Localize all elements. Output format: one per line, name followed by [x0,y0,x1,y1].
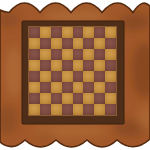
square-g7 [94,38,105,49]
square-e8 [73,27,84,38]
square-g6 [94,49,105,60]
square-d5 [62,60,73,71]
square-f6 [83,49,94,60]
square-d8 [62,27,73,38]
square-h1 [105,104,116,115]
square-f7 [83,38,94,49]
square-c5 [51,60,62,71]
square-a3 [29,82,40,93]
square-h4 [105,71,116,82]
square-d6 [62,49,73,60]
square-d4 [62,71,73,82]
square-f2 [83,93,94,104]
square-f1 [83,104,94,115]
square-e5 [73,60,84,71]
square-a8 [29,27,40,38]
square-c4 [51,71,62,82]
square-b5 [40,60,51,71]
square-d7 [62,38,73,49]
square-b1 [40,104,51,115]
square-c2 [51,93,62,104]
square-h3 [105,82,116,93]
square-a1 [29,104,40,115]
square-b3 [40,82,51,93]
square-e7 [73,38,84,49]
square-e3 [73,82,84,93]
square-g3 [94,82,105,93]
board-photo [0,0,150,150]
square-e6 [73,49,84,60]
square-b6 [40,49,51,60]
square-c1 [51,104,62,115]
square-f8 [83,27,94,38]
square-a7 [29,38,40,49]
square-b7 [40,38,51,49]
square-b8 [40,27,51,38]
square-d3 [62,82,73,93]
square-f5 [83,60,94,71]
square-h5 [105,60,116,71]
square-f3 [83,82,94,93]
square-a6 [29,49,40,60]
square-g8 [94,27,105,38]
square-h7 [105,38,116,49]
square-a5 [29,60,40,71]
square-d1 [62,104,73,115]
square-h2 [105,93,116,104]
square-g1 [94,104,105,115]
square-c3 [51,82,62,93]
square-e1 [73,104,84,115]
square-a2 [29,93,40,104]
square-g4 [94,71,105,82]
square-h6 [105,49,116,60]
square-e2 [73,93,84,104]
square-d2 [62,93,73,104]
square-c7 [51,38,62,49]
square-e4 [73,71,84,82]
square-b4 [40,71,51,82]
square-f4 [83,71,94,82]
square-g5 [94,60,105,71]
square-c8 [51,27,62,38]
square-h8 [105,27,116,38]
square-c6 [51,49,62,60]
square-a4 [29,71,40,82]
square-g2 [94,93,105,104]
square-b2 [40,93,51,104]
checkerboard-grid [28,26,117,116]
